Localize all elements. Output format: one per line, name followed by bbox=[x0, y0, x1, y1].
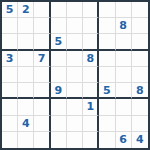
cell-r4c1[interactable]: 3 bbox=[2, 51, 18, 67]
cell-r8c2[interactable]: 4 bbox=[18, 116, 34, 132]
cell-r2c3[interactable] bbox=[34, 18, 50, 34]
cell-r9c9[interactable]: 4 bbox=[132, 132, 148, 148]
cell-r8c6[interactable] bbox=[83, 116, 99, 132]
cell-r5c2[interactable] bbox=[18, 67, 34, 83]
cell-r6c1[interactable] bbox=[2, 83, 18, 99]
cell-r4c6[interactable]: 8 bbox=[83, 51, 99, 67]
cell-r7c2[interactable] bbox=[18, 99, 34, 115]
cell-r1c9[interactable] bbox=[132, 2, 148, 18]
cell-r2c8[interactable]: 8 bbox=[116, 18, 132, 34]
cell-r9c7[interactable] bbox=[99, 132, 115, 148]
cell-r9c2[interactable] bbox=[18, 132, 34, 148]
cell-r7c6[interactable]: 1 bbox=[83, 99, 99, 115]
cell-r8c4[interactable] bbox=[51, 116, 67, 132]
given-digit: 7 bbox=[38, 53, 46, 64]
cell-r9c5[interactable] bbox=[67, 132, 83, 148]
cell-r7c5[interactable] bbox=[67, 99, 83, 115]
given-digit: 1 bbox=[86, 101, 94, 112]
cell-r8c8[interactable] bbox=[116, 116, 132, 132]
given-digit: 3 bbox=[6, 53, 14, 64]
cell-r6c7[interactable]: 5 bbox=[99, 83, 115, 99]
cell-r2c6[interactable] bbox=[83, 18, 99, 34]
given-digit: 4 bbox=[22, 118, 30, 129]
cell-r3c7[interactable] bbox=[99, 34, 115, 50]
cell-r8c9[interactable] bbox=[132, 116, 148, 132]
cell-r3c8[interactable] bbox=[116, 34, 132, 50]
cell-r8c1[interactable] bbox=[2, 116, 18, 132]
cell-r7c9[interactable] bbox=[132, 99, 148, 115]
cell-r1c3[interactable] bbox=[34, 2, 50, 18]
cell-r5c6[interactable] bbox=[83, 67, 99, 83]
given-digit: 8 bbox=[86, 53, 94, 64]
given-digit: 8 bbox=[119, 20, 127, 31]
cell-r8c7[interactable] bbox=[99, 116, 115, 132]
given-digit: 5 bbox=[103, 85, 111, 96]
cell-r6c2[interactable] bbox=[18, 83, 34, 99]
cell-r7c7[interactable] bbox=[99, 99, 115, 115]
cell-r6c4[interactable]: 9 bbox=[51, 83, 67, 99]
cell-r6c3[interactable] bbox=[34, 83, 50, 99]
cell-r2c1[interactable] bbox=[2, 18, 18, 34]
cell-r6c8[interactable] bbox=[116, 83, 132, 99]
cell-r3c2[interactable] bbox=[18, 34, 34, 50]
given-digit: 4 bbox=[136, 134, 144, 145]
cell-r6c5[interactable] bbox=[67, 83, 83, 99]
cell-r1c4[interactable] bbox=[51, 2, 67, 18]
cell-r5c7[interactable] bbox=[99, 67, 115, 83]
sudoku-board: 52853789581464 bbox=[0, 0, 150, 150]
cell-r7c1[interactable] bbox=[2, 99, 18, 115]
cell-r5c5[interactable] bbox=[67, 67, 83, 83]
cell-r9c6[interactable] bbox=[83, 132, 99, 148]
given-digit: 9 bbox=[54, 85, 62, 96]
cell-r1c1[interactable]: 5 bbox=[2, 2, 18, 18]
cell-r1c6[interactable] bbox=[83, 2, 99, 18]
cell-r4c3[interactable]: 7 bbox=[34, 51, 50, 67]
given-digit: 2 bbox=[22, 4, 30, 15]
cell-r3c1[interactable] bbox=[2, 34, 18, 50]
given-digit: 5 bbox=[54, 36, 62, 47]
cell-r3c4[interactable]: 5 bbox=[51, 34, 67, 50]
cell-r5c8[interactable] bbox=[116, 67, 132, 83]
cell-r1c2[interactable]: 2 bbox=[18, 2, 34, 18]
cell-r4c2[interactable] bbox=[18, 51, 34, 67]
cell-r2c2[interactable] bbox=[18, 18, 34, 34]
cell-r2c4[interactable] bbox=[51, 18, 67, 34]
given-digit: 8 bbox=[136, 85, 144, 96]
cell-r8c3[interactable] bbox=[34, 116, 50, 132]
cell-r4c4[interactable] bbox=[51, 51, 67, 67]
cell-r7c8[interactable] bbox=[116, 99, 132, 115]
cell-r4c7[interactable] bbox=[99, 51, 115, 67]
cell-r3c9[interactable] bbox=[132, 34, 148, 50]
cell-r9c8[interactable]: 6 bbox=[116, 132, 132, 148]
cell-r9c4[interactable] bbox=[51, 132, 67, 148]
cell-r7c4[interactable] bbox=[51, 99, 67, 115]
given-digit: 6 bbox=[119, 134, 127, 145]
cell-r6c6[interactable] bbox=[83, 83, 99, 99]
cell-r1c7[interactable] bbox=[99, 2, 115, 18]
cell-r9c3[interactable] bbox=[34, 132, 50, 148]
cell-r7c3[interactable] bbox=[34, 99, 50, 115]
cell-r1c8[interactable] bbox=[116, 2, 132, 18]
cell-r2c9[interactable] bbox=[132, 18, 148, 34]
cell-r5c4[interactable] bbox=[51, 67, 67, 83]
cell-r8c5[interactable] bbox=[67, 116, 83, 132]
cell-r4c8[interactable] bbox=[116, 51, 132, 67]
cell-r5c3[interactable] bbox=[34, 67, 50, 83]
cell-r5c9[interactable] bbox=[132, 67, 148, 83]
given-digit: 5 bbox=[6, 4, 14, 15]
cell-r3c6[interactable] bbox=[83, 34, 99, 50]
cell-r4c5[interactable] bbox=[67, 51, 83, 67]
cell-r5c1[interactable] bbox=[2, 67, 18, 83]
cell-r2c5[interactable] bbox=[67, 18, 83, 34]
cell-r2c7[interactable] bbox=[99, 18, 115, 34]
cell-r6c9[interactable]: 8 bbox=[132, 83, 148, 99]
cell-r3c5[interactable] bbox=[67, 34, 83, 50]
cell-r4c9[interactable] bbox=[132, 51, 148, 67]
cell-r9c1[interactable] bbox=[2, 132, 18, 148]
cell-r1c5[interactable] bbox=[67, 2, 83, 18]
cell-r3c3[interactable] bbox=[34, 34, 50, 50]
